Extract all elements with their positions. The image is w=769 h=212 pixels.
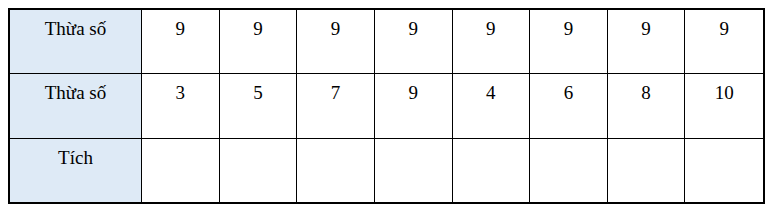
- cell-factor1-c7: 9: [608, 10, 686, 74]
- cell-factor2-c8: 10: [685, 74, 763, 139]
- cell-product-c5[interactable]: [453, 139, 531, 202]
- row-header-factor-2: Thừa số: [10, 74, 142, 139]
- cell-factor2-c4: 9: [375, 74, 453, 139]
- cell-factor2-c6: 6: [530, 74, 608, 139]
- cell-factor1-c8: 9: [685, 10, 763, 74]
- row-header-factor-1: Thừa số: [10, 10, 142, 74]
- cell-factor1-c4: 9: [375, 10, 453, 74]
- cell-product-c2[interactable]: [220, 139, 298, 202]
- multiplication-table: Thừa số 9 9 9 9 9 9 9 9 Thừa số 3 5 7 9 …: [8, 8, 765, 204]
- row-header-product: Tích: [10, 139, 142, 202]
- cell-factor2-c7: 8: [608, 74, 686, 139]
- cell-factor2-c2: 5: [220, 74, 298, 139]
- cell-factor2-c5: 4: [453, 74, 531, 139]
- cell-product-c1[interactable]: [142, 139, 220, 202]
- cell-product-c3[interactable]: [297, 139, 375, 202]
- cell-product-c4[interactable]: [375, 139, 453, 202]
- cell-product-c8[interactable]: [685, 139, 763, 202]
- cell-factor1-c1: 9: [142, 10, 220, 74]
- cell-factor2-c3: 7: [297, 74, 375, 139]
- cell-factor1-c5: 9: [453, 10, 531, 74]
- cell-product-c6[interactable]: [530, 139, 608, 202]
- cell-product-c7[interactable]: [608, 139, 686, 202]
- cell-factor1-c6: 9: [530, 10, 608, 74]
- cell-factor1-c2: 9: [220, 10, 298, 74]
- cell-factor2-c1: 3: [142, 74, 220, 139]
- cell-factor1-c3: 9: [297, 10, 375, 74]
